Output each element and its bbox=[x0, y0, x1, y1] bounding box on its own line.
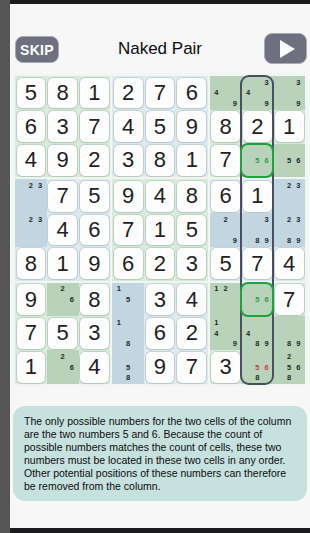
cell-r1c9[interactable]: 39 bbox=[273, 76, 305, 110]
cell-r6c9[interactable]: 4 bbox=[273, 247, 305, 281]
pencil-marks: 568 bbox=[243, 351, 271, 383]
candidate-9: 9 bbox=[294, 339, 303, 350]
pencil-marks: 15 bbox=[114, 284, 142, 316]
pencil-marks: 489 bbox=[243, 317, 271, 349]
pencil-marks: 56 bbox=[243, 284, 271, 316]
cell-r6c8[interactable]: 7 bbox=[241, 247, 273, 281]
cell-r4c8[interactable]: 1 bbox=[241, 179, 273, 213]
cell-r1c2[interactable]: 8 bbox=[47, 76, 79, 110]
cell-r7c4[interactable]: 15 bbox=[112, 283, 144, 317]
digit-tile: 2 bbox=[80, 145, 109, 176]
digit-tile: 2 bbox=[114, 78, 143, 109]
cell-r2c4[interactable]: 4 bbox=[112, 110, 144, 144]
pencil-marks: 18 bbox=[114, 317, 142, 349]
candidate-6: 6 bbox=[262, 155, 271, 166]
digit-tile: 2 bbox=[177, 318, 206, 349]
cell-r5c7[interactable]: 29 bbox=[210, 213, 242, 247]
cell-r9c7[interactable]: 3 bbox=[210, 350, 242, 384]
cell-r7c9[interactable]: 7 bbox=[273, 283, 305, 317]
cell-r2c7[interactable]: 8 bbox=[210, 110, 242, 144]
cell-r4c1[interactable]: 23 bbox=[15, 179, 47, 213]
digit-tile: 6 bbox=[114, 248, 143, 279]
block-6: 6123293892389574 bbox=[210, 179, 305, 280]
candidate-8: 8 bbox=[253, 339, 262, 350]
cell-r8c4[interactable]: 18 bbox=[112, 316, 144, 350]
digit-tile: 4 bbox=[17, 145, 46, 176]
cell-r2c1[interactable]: 6 bbox=[15, 110, 47, 144]
play-icon bbox=[280, 40, 295, 58]
digit-tile: 1 bbox=[177, 145, 206, 176]
candidate-2: 2 bbox=[58, 284, 67, 295]
cell-r5c6[interactable]: 5 bbox=[176, 213, 208, 247]
digit-tile: 6 bbox=[177, 78, 206, 109]
candidate-9: 9 bbox=[230, 339, 239, 350]
digit-tile: 9 bbox=[48, 145, 77, 176]
cell-r9c2[interactable]: 26 bbox=[47, 350, 79, 384]
cell-r3c2[interactable]: 9 bbox=[47, 144, 79, 178]
digit-tile: 7 bbox=[211, 145, 240, 176]
candidate-5: 5 bbox=[284, 155, 293, 166]
cell-r8c5[interactable]: 6 bbox=[144, 316, 176, 350]
cell-r8c1[interactable]: 7 bbox=[15, 316, 47, 350]
digit-tile: 5 bbox=[48, 318, 77, 349]
digit-tile: 5 bbox=[17, 78, 46, 109]
digit-tile: 5 bbox=[177, 215, 206, 246]
cell-r7c8[interactable]: 56 bbox=[241, 283, 273, 317]
cell-r3c1[interactable]: 4 bbox=[15, 144, 47, 178]
digit-tile: 7 bbox=[177, 352, 206, 383]
cell-r8c9[interactable]: 89 bbox=[273, 316, 305, 350]
cell-r4c6[interactable]: 8 bbox=[176, 179, 208, 213]
digit-tile: 8 bbox=[17, 248, 46, 279]
candidate-9: 9 bbox=[262, 339, 271, 350]
pencil-marks: 56 bbox=[243, 145, 271, 177]
cell-r2c8[interactable]: 2 bbox=[241, 110, 273, 144]
cell-r5c5[interactable]: 1 bbox=[144, 213, 176, 247]
pencil-marks: 12 bbox=[212, 284, 240, 316]
pencil-marks: 149 bbox=[212, 317, 240, 349]
digit-tile: 5 bbox=[80, 181, 109, 212]
digit-tile: 2 bbox=[146, 248, 175, 279]
candidate-6: 6 bbox=[294, 362, 303, 373]
cell-r5c9[interactable]: 2389 bbox=[273, 213, 305, 247]
candidate-3: 3 bbox=[294, 77, 303, 88]
candidate-2: 2 bbox=[58, 351, 67, 362]
digit-tile: 4 bbox=[146, 181, 175, 212]
digit-tile: 7 bbox=[243, 248, 272, 279]
cell-r6c4[interactable]: 6 bbox=[112, 247, 144, 281]
digit-tile: 6 bbox=[80, 215, 109, 246]
cell-r8c6[interactable]: 2 bbox=[176, 316, 208, 350]
candidate-1: 1 bbox=[114, 284, 123, 295]
digit-tile: 9 bbox=[146, 352, 175, 383]
cell-r9c3[interactable]: 4 bbox=[79, 350, 111, 384]
pencil-marks: 389 bbox=[243, 214, 271, 246]
digit-tile: 3 bbox=[80, 318, 109, 349]
pencil-marks: 29 bbox=[212, 214, 240, 246]
cell-r4c9[interactable]: 23 bbox=[273, 179, 305, 213]
candidate-5: 5 bbox=[124, 294, 133, 305]
pencil-marks: 89 bbox=[275, 317, 303, 349]
cell-r8c2[interactable]: 5 bbox=[47, 316, 79, 350]
digit-tile: 3 bbox=[177, 248, 206, 279]
cell-r5c2[interactable]: 4 bbox=[47, 213, 79, 247]
cell-r7c2[interactable]: 26 bbox=[47, 283, 79, 317]
cell-r9c5[interactable]: 9 bbox=[144, 350, 176, 384]
candidate-6: 6 bbox=[262, 294, 271, 305]
candidate-5: 5 bbox=[253, 155, 262, 166]
cell-r1c5[interactable]: 7 bbox=[144, 76, 176, 110]
cell-r1c6[interactable]: 6 bbox=[176, 76, 208, 110]
digit-tile: 1 bbox=[17, 352, 46, 383]
candidate-9: 9 bbox=[230, 235, 239, 246]
candidate-1: 1 bbox=[212, 317, 221, 328]
digit-tile: 1 bbox=[146, 215, 175, 246]
candidate-9: 9 bbox=[230, 98, 239, 109]
block-8: 153418625897 bbox=[112, 283, 207, 384]
candidate-1: 1 bbox=[212, 284, 221, 295]
pencil-marks: 2389 bbox=[275, 214, 303, 246]
pencil-marks: 26 bbox=[49, 284, 77, 316]
candidate-3: 3 bbox=[294, 214, 303, 225]
pencil-marks: 23 bbox=[17, 180, 45, 212]
cell-r9c4[interactable]: 58 bbox=[112, 350, 144, 384]
cell-r2c2[interactable]: 3 bbox=[47, 110, 79, 144]
digit-tile: 4 bbox=[114, 111, 143, 142]
cell-r7c7[interactable]: 12 bbox=[210, 283, 242, 317]
cell-r2c6[interactable]: 9 bbox=[176, 110, 208, 144]
digit-tile: 6 bbox=[17, 111, 46, 142]
status-bar-top bbox=[10, 0, 310, 4]
play-button[interactable] bbox=[264, 33, 307, 64]
digit-tile: 2 bbox=[243, 111, 272, 142]
explanation-text: The only possible numbers for the two ce… bbox=[13, 406, 307, 501]
digit-tile: 4 bbox=[275, 248, 304, 279]
digit-tile: 8 bbox=[48, 78, 77, 109]
digit-tile: 9 bbox=[114, 181, 143, 212]
pencil-marks: 2568 bbox=[275, 351, 303, 383]
cell-r8c7[interactable]: 149 bbox=[210, 316, 242, 350]
cell-r4c4[interactable]: 9 bbox=[112, 179, 144, 213]
status-bar-bottom bbox=[10, 528, 310, 533]
digit-tile: 3 bbox=[211, 352, 240, 383]
candidate-2: 2 bbox=[26, 214, 35, 225]
cell-r9c8[interactable]: 568 bbox=[241, 350, 273, 384]
pencil-marks: 58 bbox=[114, 351, 142, 383]
digit-tile: 7 bbox=[114, 215, 143, 246]
candidate-3: 3 bbox=[36, 214, 45, 225]
digit-tile: 7 bbox=[146, 78, 175, 109]
cell-r1c8[interactable]: 349 bbox=[241, 76, 273, 110]
candidate-4: 4 bbox=[212, 88, 221, 99]
digit-tile: 6 bbox=[146, 318, 175, 349]
candidate-8: 8 bbox=[253, 372, 262, 383]
candidate-4: 4 bbox=[212, 328, 221, 339]
digit-tile: 7 bbox=[17, 318, 46, 349]
digit-tile: 8 bbox=[80, 284, 109, 315]
candidate-3: 3 bbox=[262, 77, 271, 88]
cell-r4c3[interactable]: 5 bbox=[79, 179, 111, 213]
cell-r7c1[interactable]: 9 bbox=[15, 283, 47, 317]
pencil-marks: 56 bbox=[275, 145, 303, 177]
candidate-5: 5 bbox=[253, 362, 262, 373]
skip-button[interactable]: SKIP bbox=[15, 36, 59, 63]
digit-tile: 9 bbox=[80, 248, 109, 279]
cell-r7c3[interactable]: 8 bbox=[79, 283, 111, 317]
cell-r7c5[interactable]: 3 bbox=[144, 283, 176, 317]
pencil-marks: 349 bbox=[243, 77, 271, 109]
pencil-marks: 26 bbox=[49, 351, 77, 383]
candidate-6: 6 bbox=[294, 155, 303, 166]
block-3: 493493982175656 bbox=[210, 76, 305, 177]
cell-r3c7[interactable]: 7 bbox=[210, 144, 242, 178]
cell-r5c3[interactable]: 6 bbox=[79, 213, 111, 247]
cell-r4c7[interactable]: 6 bbox=[210, 179, 242, 213]
cell-r9c9[interactable]: 2568 bbox=[273, 350, 305, 384]
candidate-6: 6 bbox=[262, 362, 271, 373]
block-5: 948715623 bbox=[112, 179, 207, 280]
cell-r2c3[interactable]: 7 bbox=[79, 110, 111, 144]
candidate-6: 6 bbox=[67, 294, 76, 305]
cell-r6c5[interactable]: 2 bbox=[144, 247, 176, 281]
cell-r3c9[interactable]: 56 bbox=[273, 144, 305, 178]
cell-r7c6[interactable]: 4 bbox=[176, 283, 208, 317]
cell-r6c6[interactable]: 3 bbox=[176, 247, 208, 281]
candidate-8: 8 bbox=[284, 339, 293, 350]
cell-r3c8[interactable]: 56 bbox=[241, 144, 273, 178]
candidate-8: 8 bbox=[124, 339, 133, 350]
digit-tile: 3 bbox=[48, 111, 77, 142]
candidate-6: 6 bbox=[67, 362, 76, 373]
candidate-5: 5 bbox=[253, 294, 262, 305]
digit-tile: 3 bbox=[114, 145, 143, 176]
sudoku-board: 5816374922764593814934939821756562375234… bbox=[12, 73, 308, 387]
digit-tile: 1 bbox=[80, 78, 109, 109]
candidate-2: 2 bbox=[221, 284, 230, 295]
pencil-marks: 49 bbox=[212, 77, 240, 109]
cell-r9c6[interactable]: 7 bbox=[176, 350, 208, 384]
candidate-2: 2 bbox=[284, 351, 293, 362]
digit-tile: 4 bbox=[177, 284, 206, 315]
cell-r3c6[interactable]: 1 bbox=[176, 144, 208, 178]
digit-tile: 4 bbox=[48, 215, 77, 246]
cell-r5c8[interactable]: 389 bbox=[241, 213, 273, 247]
digit-tile: 4 bbox=[80, 352, 109, 383]
digit-tile: 7 bbox=[48, 181, 77, 212]
block-1: 581637492 bbox=[15, 76, 110, 177]
candidate-9: 9 bbox=[294, 235, 303, 246]
block-2: 276459381 bbox=[112, 76, 207, 177]
digit-tile: 5 bbox=[211, 248, 240, 279]
candidate-2: 2 bbox=[26, 180, 35, 191]
candidate-8: 8 bbox=[284, 235, 293, 246]
cell-r1c3[interactable]: 1 bbox=[79, 76, 111, 110]
cell-r2c5[interactable]: 5 bbox=[144, 110, 176, 144]
cell-r9c1[interactable]: 1 bbox=[15, 350, 47, 384]
cell-r8c3[interactable]: 3 bbox=[79, 316, 111, 350]
digit-tile: 1 bbox=[243, 181, 272, 212]
cell-r1c7[interactable]: 49 bbox=[210, 76, 242, 110]
candidate-8: 8 bbox=[284, 372, 293, 383]
cell-r2c9[interactable]: 1 bbox=[273, 110, 305, 144]
candidate-8: 8 bbox=[253, 235, 262, 246]
cell-r6c3[interactable]: 9 bbox=[79, 247, 111, 281]
candidate-9: 9 bbox=[262, 235, 271, 246]
cell-r5c1[interactable]: 23 bbox=[15, 213, 47, 247]
candidate-4: 4 bbox=[243, 328, 252, 339]
cell-r6c2[interactable]: 1 bbox=[47, 247, 79, 281]
digit-tile: 8 bbox=[146, 145, 175, 176]
cell-r1c1[interactable]: 5 bbox=[15, 76, 47, 110]
digit-tile: 3 bbox=[146, 284, 175, 315]
cell-r8c8[interactable]: 489 bbox=[241, 316, 273, 350]
candidate-5: 5 bbox=[124, 362, 133, 373]
cell-r4c2[interactable]: 7 bbox=[47, 179, 79, 213]
candidate-2: 2 bbox=[284, 180, 293, 191]
cell-r6c1[interactable]: 8 bbox=[15, 247, 47, 281]
candidate-2: 2 bbox=[284, 214, 293, 225]
candidate-5: 5 bbox=[284, 362, 293, 373]
digit-tile: 1 bbox=[275, 111, 304, 142]
app-screen: Naked Pair SKIP 581637492276459381493493… bbox=[10, 0, 310, 533]
cell-r3c5[interactable]: 8 bbox=[144, 144, 176, 178]
cell-r3c4[interactable]: 3 bbox=[112, 144, 144, 178]
cell-r5c4[interactable]: 7 bbox=[112, 213, 144, 247]
pencil-marks: 23 bbox=[275, 180, 303, 212]
candidate-3: 3 bbox=[36, 180, 45, 191]
candidate-2: 2 bbox=[221, 214, 230, 225]
digit-tile: 8 bbox=[211, 111, 240, 142]
pencil-marks: 39 bbox=[275, 77, 303, 109]
cell-r3c3[interactable]: 2 bbox=[79, 144, 111, 178]
candidate-3: 3 bbox=[262, 214, 271, 225]
candidate-8: 8 bbox=[124, 372, 133, 383]
block-4: 23752346819 bbox=[15, 179, 110, 280]
candidate-4: 4 bbox=[243, 88, 252, 99]
candidate-9: 9 bbox=[262, 98, 271, 109]
digit-tile: 6 bbox=[211, 181, 240, 212]
candidate-9: 9 bbox=[294, 98, 303, 109]
candidate-1: 1 bbox=[114, 317, 123, 328]
candidate-3: 3 bbox=[294, 180, 303, 191]
digit-tile: 1 bbox=[48, 248, 77, 279]
digit-tile: 7 bbox=[275, 284, 304, 315]
cell-r4c5[interactable]: 4 bbox=[144, 179, 176, 213]
digit-tile: 5 bbox=[146, 111, 175, 142]
cell-r1c4[interactable]: 2 bbox=[112, 76, 144, 110]
block-7: 92687531264 bbox=[15, 283, 110, 384]
pencil-marks: 23 bbox=[17, 214, 45, 246]
digit-tile: 9 bbox=[17, 284, 46, 315]
cell-r6c7[interactable]: 5 bbox=[210, 247, 242, 281]
digit-tile: 8 bbox=[177, 181, 206, 212]
digit-tile: 9 bbox=[177, 111, 206, 142]
block-9: 125671494898935682568 bbox=[210, 283, 305, 384]
digit-tile: 7 bbox=[80, 111, 109, 142]
